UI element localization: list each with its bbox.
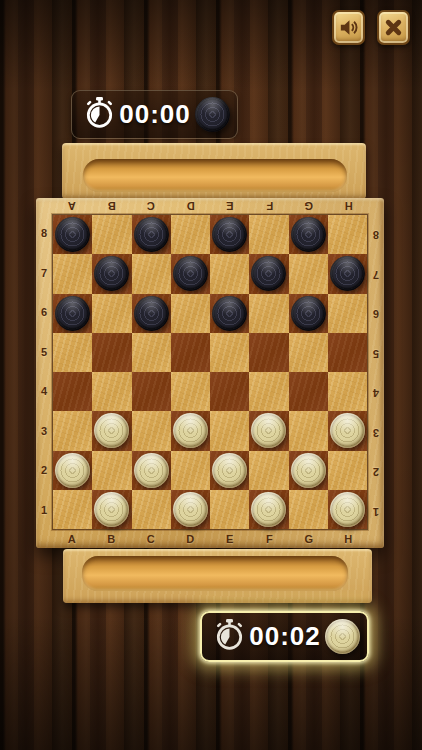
file-label: C	[131, 530, 171, 548]
rank-label: 6	[36, 293, 52, 333]
white-piece[interactable]	[251, 492, 286, 527]
board-square[interactable]	[328, 411, 367, 450]
rank-label: 7	[368, 254, 384, 294]
board-square[interactable]	[328, 333, 367, 372]
close-button[interactable]	[377, 10, 410, 45]
black-piece[interactable]	[134, 296, 169, 331]
board-square[interactable]	[53, 451, 92, 490]
white-piece[interactable]	[94, 413, 129, 448]
file-label: H	[329, 198, 369, 214]
board-square[interactable]	[92, 451, 131, 490]
file-label: A	[52, 530, 92, 548]
board-square[interactable]	[53, 372, 92, 411]
board-square[interactable]	[289, 490, 328, 529]
rank-labels-left: 87654321	[36, 214, 52, 530]
white-piece[interactable]	[173, 492, 208, 527]
board-square[interactable]	[289, 333, 328, 372]
board-square[interactable]	[171, 451, 210, 490]
rank-label: 8	[36, 214, 52, 254]
white-tray-groove	[82, 556, 348, 591]
board-square[interactable]	[171, 294, 210, 333]
board-square[interactable]	[53, 490, 92, 529]
board-square[interactable]	[210, 254, 249, 293]
rank-label: 3	[368, 412, 384, 452]
board-grid	[52, 214, 368, 530]
board-square[interactable]	[132, 215, 171, 254]
board-square[interactable]	[249, 490, 288, 529]
black-piece[interactable]	[291, 296, 326, 331]
board-square[interactable]	[132, 451, 171, 490]
board-square[interactable]	[328, 490, 367, 529]
board-square[interactable]	[328, 215, 367, 254]
sound-button[interactable]	[332, 10, 365, 45]
white-piece[interactable]	[94, 492, 129, 527]
board-square[interactable]	[171, 411, 210, 450]
white-timer-value: 00:02	[245, 621, 325, 652]
file-label: F	[250, 530, 290, 548]
rank-label: 2	[368, 451, 384, 491]
file-label: H	[329, 530, 369, 548]
board-square[interactable]	[92, 411, 131, 450]
black-piece-indicator	[195, 97, 230, 132]
black-piece[interactable]	[251, 256, 286, 291]
white-piece[interactable]	[251, 413, 286, 448]
file-label: A	[52, 198, 92, 214]
board-square[interactable]	[92, 333, 131, 372]
file-label: B	[92, 198, 132, 214]
board-square[interactable]	[53, 294, 92, 333]
black-piece[interactable]	[173, 256, 208, 291]
black-piece[interactable]	[55, 296, 90, 331]
board-square[interactable]	[132, 333, 171, 372]
board-square[interactable]	[289, 372, 328, 411]
board-square[interactable]	[53, 215, 92, 254]
board-square[interactable]	[289, 451, 328, 490]
board-square[interactable]	[132, 411, 171, 450]
rank-label: 2	[36, 451, 52, 491]
board-square[interactable]	[171, 333, 210, 372]
rank-label: 6	[368, 293, 384, 333]
board-square[interactable]	[328, 451, 367, 490]
board-square[interactable]	[132, 372, 171, 411]
white-piece[interactable]	[291, 453, 326, 488]
board-square[interactable]	[249, 451, 288, 490]
black-capture-tray	[62, 143, 366, 199]
board-square[interactable]	[249, 372, 288, 411]
file-label: E	[210, 198, 250, 214]
speaker-icon	[337, 16, 360, 39]
file-label: E	[210, 530, 250, 548]
white-piece[interactable]	[330, 492, 365, 527]
black-piece[interactable]	[212, 217, 247, 252]
board-square[interactable]	[132, 294, 171, 333]
rank-label: 7	[36, 254, 52, 294]
board-square[interactable]	[92, 372, 131, 411]
rank-labels-right: 87654321	[368, 214, 384, 530]
board-square[interactable]	[289, 294, 328, 333]
white-piece[interactable]	[134, 453, 169, 488]
board-square[interactable]	[210, 333, 249, 372]
white-piece[interactable]	[173, 413, 208, 448]
board-square[interactable]	[53, 254, 92, 293]
board-square[interactable]	[92, 215, 131, 254]
board-square[interactable]	[210, 451, 249, 490]
board-square[interactable]	[53, 411, 92, 450]
rank-label: 4	[36, 372, 52, 412]
file-label: G	[289, 530, 329, 548]
board-square[interactable]	[171, 215, 210, 254]
board-square[interactable]	[249, 411, 288, 450]
stopwatch-icon	[214, 618, 245, 655]
board-square[interactable]	[249, 333, 288, 372]
rank-label: 1	[36, 491, 52, 531]
rank-label: 1	[368, 491, 384, 531]
rank-label: 5	[36, 333, 52, 373]
board-square[interactable]	[171, 372, 210, 411]
white-piece[interactable]	[55, 453, 90, 488]
close-icon	[383, 17, 404, 38]
board-square[interactable]	[249, 294, 288, 333]
black-piece[interactable]	[330, 256, 365, 291]
rank-label: 4	[368, 372, 384, 412]
board-square[interactable]	[132, 490, 171, 529]
white-timer-panel: 00:02	[200, 611, 369, 662]
board-square[interactable]	[249, 215, 288, 254]
black-piece[interactable]	[55, 217, 90, 252]
file-label: D	[171, 198, 211, 214]
rank-label: 3	[36, 412, 52, 452]
board-square[interactable]	[210, 294, 249, 333]
board-square[interactable]	[289, 215, 328, 254]
game-screen: 00:00 ABCDEFGH 87654321 87654321 ABCDEFG…	[0, 0, 422, 750]
file-label: C	[131, 198, 171, 214]
board-square[interactable]	[328, 254, 367, 293]
black-piece[interactable]	[212, 296, 247, 331]
board-square[interactable]	[328, 294, 367, 333]
rank-label: 5	[368, 333, 384, 373]
file-label: D	[171, 530, 211, 548]
white-piece[interactable]	[330, 413, 365, 448]
board-square[interactable]	[92, 254, 131, 293]
board-square[interactable]	[210, 411, 249, 450]
file-labels-bottom: ABCDEFGH	[52, 530, 368, 548]
white-piece-indicator	[325, 619, 360, 654]
board-square[interactable]	[289, 254, 328, 293]
board-square[interactable]	[210, 215, 249, 254]
black-timer-value: 00:00	[115, 99, 195, 130]
file-labels-top: ABCDEFGH	[52, 198, 368, 214]
file-label: G	[289, 198, 329, 214]
black-tray-groove	[83, 159, 347, 192]
stopwatch-icon	[84, 96, 115, 133]
board-square[interactable]	[171, 254, 210, 293]
black-piece[interactable]	[134, 217, 169, 252]
black-piece[interactable]	[291, 217, 326, 252]
board-square[interactable]	[210, 490, 249, 529]
file-label: F	[250, 198, 290, 214]
file-label: B	[92, 530, 132, 548]
board-square[interactable]	[92, 294, 131, 333]
board-square[interactable]	[132, 254, 171, 293]
board-square[interactable]	[328, 372, 367, 411]
board-square[interactable]	[210, 372, 249, 411]
white-capture-tray	[63, 549, 372, 603]
board-square[interactable]	[92, 490, 131, 529]
board-square[interactable]	[53, 333, 92, 372]
board-square[interactable]	[249, 254, 288, 293]
black-piece[interactable]	[94, 256, 129, 291]
white-piece[interactable]	[212, 453, 247, 488]
checkers-board: ABCDEFGH 87654321 87654321 ABCDEFGH	[36, 198, 384, 548]
board-square[interactable]	[289, 411, 328, 450]
rank-label: 8	[368, 214, 384, 254]
black-timer-panel: 00:00	[71, 90, 238, 139]
board-square[interactable]	[171, 490, 210, 529]
